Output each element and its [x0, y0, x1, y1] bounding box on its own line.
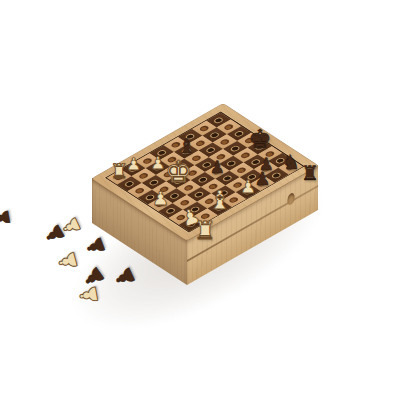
piece-white-pawn[interactable]: ♟ [152, 190, 169, 209]
peg-hole [214, 118, 222, 123]
piece-white-bishop[interactable]: ♝ [208, 187, 231, 213]
peg-hole [235, 131, 243, 136]
peg-hole [210, 132, 218, 137]
piece-black-king[interactable]: ♚ [248, 127, 271, 153]
peg-hole [221, 139, 229, 144]
piece-white-rook[interactable]: ♜ [110, 162, 128, 182]
peg-hole [200, 126, 208, 131]
peg-hole [196, 141, 204, 146]
peg-hole [227, 161, 235, 166]
peg-hole [199, 177, 207, 182]
piece-white-pawn[interactable]: ♟ [150, 155, 165, 172]
peg-hole [225, 124, 233, 129]
piece-white-king[interactable]: ♚ [165, 157, 192, 187]
scattered-piece-black-pawn[interactable]: ♟ [0, 207, 13, 228]
piece-black-pawn[interactable]: ♟ [254, 170, 270, 188]
piece-white-pawn[interactable]: ♟ [240, 178, 256, 196]
frame-piece-black-rook[interactable]: ♜ [301, 163, 319, 183]
peg-hole [181, 200, 189, 205]
peg-hole [150, 180, 158, 185]
peg-hole [237, 167, 245, 172]
piece-black-knight[interactable]: ♞ [282, 152, 300, 172]
peg-hole [206, 147, 214, 152]
peg-hole [136, 188, 144, 193]
peg-hole [231, 146, 239, 151]
scattered-piece-white-pawn[interactable]: ♟ [76, 283, 102, 307]
peg-hole [195, 192, 203, 197]
frame-piece-white-rook[interactable]: ♜ [194, 218, 216, 243]
travel-chess-set-photo: ♜♟♟♚♟♝♟♟♚♝♟♟♟♞♜♜♟♟♟♟♟♟♟♟ [0, 0, 400, 400]
peg-hole [170, 193, 178, 198]
piece-black-pawn[interactable]: ♟ [210, 159, 225, 176]
